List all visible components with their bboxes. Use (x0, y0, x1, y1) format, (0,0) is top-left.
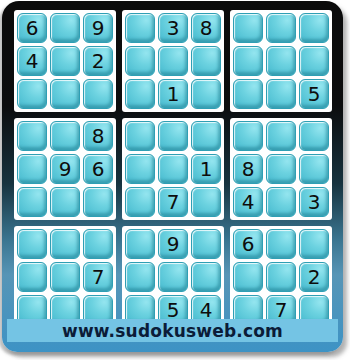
cell-r3c9[interactable]: 5 (299, 79, 329, 109)
cell-r4c4[interactable] (125, 121, 155, 151)
cell-r8c9[interactable]: 2 (299, 262, 329, 292)
cell-r5c4[interactable] (125, 154, 155, 184)
cell-r2c8[interactable] (266, 46, 296, 76)
cell-r1c5[interactable]: 3 (158, 13, 188, 43)
box-1-2: 381 (122, 10, 224, 112)
cell-r5c5[interactable] (158, 154, 188, 184)
cell-r2c1[interactable]: 4 (17, 46, 47, 76)
cell-r4c3[interactable]: 8 (83, 121, 113, 151)
cell-r1c8[interactable] (266, 13, 296, 43)
box-2-2: 17 (122, 118, 224, 220)
cell-r7c1[interactable] (17, 229, 47, 259)
cell-r3c2[interactable] (50, 79, 80, 109)
cell-r4c6[interactable] (191, 121, 221, 151)
cell-r6c1[interactable] (17, 187, 47, 217)
cell-r1c9[interactable] (299, 13, 329, 43)
cell-r6c5[interactable]: 7 (158, 187, 188, 217)
cell-r8c2[interactable] (50, 262, 80, 292)
cell-r2c6[interactable] (191, 46, 221, 76)
cell-r5c2[interactable]: 9 (50, 154, 80, 184)
cell-r3c8[interactable] (266, 79, 296, 109)
cell-r7c6[interactable] (191, 229, 221, 259)
cell-r6c3[interactable] (83, 187, 113, 217)
cell-r2c2[interactable] (50, 46, 80, 76)
cell-r8c6[interactable] (191, 262, 221, 292)
cell-r4c2[interactable] (50, 121, 80, 151)
cell-r3c6[interactable] (191, 79, 221, 109)
cell-r4c5[interactable] (158, 121, 188, 151)
box-2-1: 896 (14, 118, 116, 220)
footer-bar: www.sudokusweb.com (7, 319, 338, 342)
cell-r1c2[interactable] (50, 13, 80, 43)
website-link[interactable]: www.sudokusweb.com (62, 321, 283, 341)
cell-r1c4[interactable] (125, 13, 155, 43)
box-3-1: 7 (14, 226, 116, 328)
cell-r4c9[interactable] (299, 121, 329, 151)
cell-r7c8[interactable] (266, 229, 296, 259)
cell-r5c7[interactable]: 8 (233, 154, 263, 184)
cell-r5c3[interactable]: 6 (83, 154, 113, 184)
cell-r4c7[interactable] (233, 121, 263, 151)
cell-r7c5[interactable]: 9 (158, 229, 188, 259)
cell-r8c1[interactable] (17, 262, 47, 292)
cell-r5c8[interactable] (266, 154, 296, 184)
box-1-3: 5 (230, 10, 332, 112)
cell-r6c4[interactable] (125, 187, 155, 217)
sudoku-grid: 69423815896178437954627 (14, 10, 332, 328)
cell-r3c1[interactable] (17, 79, 47, 109)
cell-r7c3[interactable] (83, 229, 113, 259)
board-frame: 69423815896178437954627 www.sudokusweb.c… (2, 1, 343, 352)
cell-r2c3[interactable]: 2 (83, 46, 113, 76)
cell-r6c9[interactable]: 3 (299, 187, 329, 217)
cell-r1c1[interactable]: 6 (17, 13, 47, 43)
cell-r5c1[interactable] (17, 154, 47, 184)
box-1-1: 6942 (14, 10, 116, 112)
cell-r3c3[interactable] (83, 79, 113, 109)
cell-r2c7[interactable] (233, 46, 263, 76)
cell-r8c8[interactable] (266, 262, 296, 292)
cell-r2c5[interactable] (158, 46, 188, 76)
cell-r6c6[interactable] (191, 187, 221, 217)
box-3-2: 954 (122, 226, 224, 328)
cell-r8c7[interactable] (233, 262, 263, 292)
cell-r7c2[interactable] (50, 229, 80, 259)
cell-r6c2[interactable] (50, 187, 80, 217)
sudoku-board-screenshot: 69423815896178437954627 www.sudokusweb.c… (0, 0, 350, 360)
cell-r3c7[interactable] (233, 79, 263, 109)
box-3-3: 627 (230, 226, 332, 328)
cell-r1c6[interactable]: 8 (191, 13, 221, 43)
cell-r1c7[interactable] (233, 13, 263, 43)
cell-r8c5[interactable] (158, 262, 188, 292)
cell-r4c1[interactable] (17, 121, 47, 151)
cell-r1c3[interactable]: 9 (83, 13, 113, 43)
cell-r3c4[interactable] (125, 79, 155, 109)
cell-r8c4[interactable] (125, 262, 155, 292)
cell-r3c5[interactable]: 1 (158, 79, 188, 109)
cell-r7c4[interactable] (125, 229, 155, 259)
cell-r8c3[interactable]: 7 (83, 262, 113, 292)
cell-r5c9[interactable] (299, 154, 329, 184)
cell-r7c7[interactable]: 6 (233, 229, 263, 259)
cell-r6c7[interactable]: 4 (233, 187, 263, 217)
cell-r2c9[interactable] (299, 46, 329, 76)
box-2-3: 843 (230, 118, 332, 220)
cell-r6c8[interactable] (266, 187, 296, 217)
cell-r7c9[interactable] (299, 229, 329, 259)
cell-r2c4[interactable] (125, 46, 155, 76)
cell-r4c8[interactable] (266, 121, 296, 151)
cell-r5c6[interactable]: 1 (191, 154, 221, 184)
